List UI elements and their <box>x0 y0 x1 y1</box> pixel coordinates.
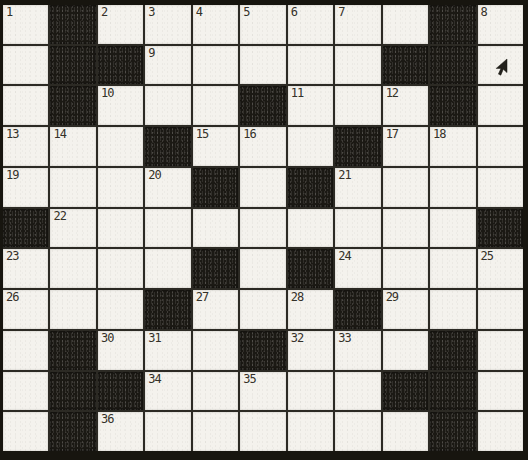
cell-r4c1[interactable]: 13 <box>3 127 48 166</box>
clue-number-21: 21 <box>338 169 350 182</box>
cell-r1c11[interactable]: 8 <box>478 5 523 44</box>
clue-number-36: 36 <box>101 413 113 426</box>
cell-r5c1[interactable]: 19 <box>3 168 48 207</box>
cell-r6c8[interactable] <box>335 209 380 248</box>
cell-r11c9[interactable] <box>383 412 428 451</box>
cell-r7c3[interactable] <box>98 249 143 288</box>
cell-r4c10[interactable]: 18 <box>430 127 475 166</box>
cell-r3c8[interactable] <box>335 86 380 125</box>
cell-r1c7[interactable]: 6 <box>288 5 333 44</box>
clue-number-20: 20 <box>148 169 160 182</box>
cell-r9c1[interactable] <box>3 331 48 370</box>
cell-r7c11[interactable]: 25 <box>478 249 523 288</box>
clue-number-8: 8 <box>481 6 487 19</box>
cell-r11c8[interactable] <box>335 412 380 451</box>
cell-r6c7[interactable] <box>288 209 333 248</box>
cell-r1c6[interactable]: 5 <box>240 5 285 44</box>
mouse-cursor-icon <box>492 58 508 77</box>
cell-r7c8[interactable]: 24 <box>335 249 380 288</box>
block-cell-r2c10 <box>430 46 475 85</box>
cell-r9c11[interactable] <box>478 331 523 370</box>
block-cell-r9c6 <box>240 331 285 370</box>
cell-r5c6[interactable] <box>240 168 285 207</box>
clue-number-3: 3 <box>148 6 154 19</box>
cell-r4c7[interactable] <box>288 127 333 166</box>
cell-r9c4[interactable]: 31 <box>145 331 190 370</box>
cell-r4c11[interactable] <box>478 127 523 166</box>
clue-number-15: 15 <box>196 128 208 141</box>
cell-r11c7[interactable] <box>288 412 333 451</box>
cell-r5c4[interactable]: 20 <box>145 168 190 207</box>
cell-r7c6[interactable] <box>240 249 285 288</box>
cell-r6c9[interactable] <box>383 209 428 248</box>
cell-r6c2[interactable]: 22 <box>50 209 95 248</box>
cell-r6c6[interactable] <box>240 209 285 248</box>
clue-number-18: 18 <box>433 128 445 141</box>
cell-r1c9[interactable] <box>383 5 428 44</box>
clue-number-24: 24 <box>338 250 350 263</box>
block-cell-r6c1 <box>3 209 48 248</box>
block-cell-r9c10 <box>430 331 475 370</box>
block-cell-r6c11 <box>478 209 523 248</box>
cell-r2c4[interactable]: 9 <box>145 46 190 85</box>
cell-r10c5[interactable] <box>193 372 238 411</box>
cell-r5c8[interactable]: 21 <box>335 168 380 207</box>
block-cell-r3c10 <box>430 86 475 125</box>
clue-number-26: 26 <box>6 291 18 304</box>
cell-r8c6[interactable] <box>240 290 285 329</box>
cell-r10c8[interactable] <box>335 372 380 411</box>
block-cell-r10c3 <box>98 372 143 411</box>
cell-r10c11[interactable] <box>478 372 523 411</box>
clue-number-5: 5 <box>243 6 249 19</box>
clue-number-23: 23 <box>6 250 18 263</box>
cell-r7c4[interactable] <box>145 249 190 288</box>
block-cell-r2c3 <box>98 46 143 85</box>
cell-r11c1[interactable] <box>3 412 48 451</box>
clue-number-11: 11 <box>291 87 303 100</box>
cell-r9c3[interactable]: 30 <box>98 331 143 370</box>
cell-r8c9[interactable]: 29 <box>383 290 428 329</box>
cell-r8c10[interactable] <box>430 290 475 329</box>
cell-r10c6[interactable]: 35 <box>240 372 285 411</box>
cell-r3c11[interactable] <box>478 86 523 125</box>
cell-r2c5[interactable] <box>193 46 238 85</box>
cell-r2c7[interactable] <box>288 46 333 85</box>
cell-r2c1[interactable] <box>3 46 48 85</box>
cell-r7c2[interactable] <box>50 249 95 288</box>
block-cell-r11c10 <box>430 412 475 451</box>
clue-number-25: 25 <box>481 250 493 263</box>
block-cell-r7c5 <box>193 249 238 288</box>
clue-number-30: 30 <box>101 332 113 345</box>
cell-r5c9[interactable] <box>383 168 428 207</box>
cell-r7c1[interactable]: 23 <box>3 249 48 288</box>
block-cell-r8c8 <box>335 290 380 329</box>
block-cell-r4c8 <box>335 127 380 166</box>
cell-r11c4[interactable] <box>145 412 190 451</box>
crossword-grid: 1234567891011121314151617181920212223242… <box>3 5 523 451</box>
clue-number-29: 29 <box>386 291 398 304</box>
block-cell-r8c4 <box>145 290 190 329</box>
cell-r4c2[interactable]: 14 <box>50 127 95 166</box>
cell-r8c1[interactable]: 26 <box>3 290 48 329</box>
block-cell-r5c7 <box>288 168 333 207</box>
block-cell-r7c7 <box>288 249 333 288</box>
clue-number-16: 16 <box>243 128 255 141</box>
cell-r3c5[interactable] <box>193 86 238 125</box>
cell-r3c7[interactable]: 11 <box>288 86 333 125</box>
clue-number-31: 31 <box>148 332 160 345</box>
crossword-board: 1234567891011121314151617181920212223242… <box>0 0 528 460</box>
cell-r10c1[interactable] <box>3 372 48 411</box>
cell-r3c3[interactable]: 10 <box>98 86 143 125</box>
clue-number-32: 32 <box>291 332 303 345</box>
cell-r7c9[interactable] <box>383 249 428 288</box>
cell-r1c3[interactable]: 2 <box>98 5 143 44</box>
cell-r8c11[interactable] <box>478 290 523 329</box>
clue-number-9: 9 <box>148 47 154 60</box>
cell-r11c11[interactable] <box>478 412 523 451</box>
cell-r4c6[interactable]: 16 <box>240 127 285 166</box>
clue-number-34: 34 <box>148 373 160 386</box>
clue-number-1: 1 <box>6 6 12 19</box>
cell-r3c4[interactable] <box>145 86 190 125</box>
cell-r10c4[interactable]: 34 <box>145 372 190 411</box>
block-cell-r2c9 <box>383 46 428 85</box>
cell-r6c10[interactable] <box>430 209 475 248</box>
clue-number-4: 4 <box>196 6 202 19</box>
block-cell-r9c2 <box>50 331 95 370</box>
clue-number-35: 35 <box>243 373 255 386</box>
cell-r1c8[interactable]: 7 <box>335 5 380 44</box>
cell-r11c5[interactable] <box>193 412 238 451</box>
block-cell-r1c2 <box>50 5 95 44</box>
cell-r9c8[interactable]: 33 <box>335 331 380 370</box>
cell-r8c2[interactable] <box>50 290 95 329</box>
cell-r6c4[interactable] <box>145 209 190 248</box>
clue-number-7: 7 <box>338 6 344 19</box>
block-cell-r11c2 <box>50 412 95 451</box>
cell-r5c11[interactable] <box>478 168 523 207</box>
cell-r8c7[interactable]: 28 <box>288 290 333 329</box>
clue-number-19: 19 <box>6 169 18 182</box>
cell-r5c2[interactable] <box>50 168 95 207</box>
cell-r11c3[interactable]: 36 <box>98 412 143 451</box>
cell-r2c8[interactable] <box>335 46 380 85</box>
cell-r4c5[interactable]: 15 <box>193 127 238 166</box>
cell-r5c3[interactable] <box>98 168 143 207</box>
block-cell-r3c2 <box>50 86 95 125</box>
block-cell-r10c10 <box>430 372 475 411</box>
block-cell-r5c5 <box>193 168 238 207</box>
clue-number-12: 12 <box>386 87 398 100</box>
cell-r7c10[interactable] <box>430 249 475 288</box>
clue-number-22: 22 <box>53 210 65 223</box>
cell-r4c3[interactable] <box>98 127 143 166</box>
cell-r4c9[interactable]: 17 <box>383 127 428 166</box>
clue-number-13: 13 <box>6 128 18 141</box>
clue-number-27: 27 <box>196 291 208 304</box>
block-cell-r2c2 <box>50 46 95 85</box>
cell-r1c5[interactable]: 4 <box>193 5 238 44</box>
cell-r1c1[interactable]: 1 <box>3 5 48 44</box>
cell-r9c5[interactable] <box>193 331 238 370</box>
clue-number-28: 28 <box>291 291 303 304</box>
clue-number-2: 2 <box>101 6 107 19</box>
cell-r3c9[interactable]: 12 <box>383 86 428 125</box>
cell-r8c5[interactable]: 27 <box>193 290 238 329</box>
clue-number-14: 14 <box>53 128 65 141</box>
cell-r2c6[interactable] <box>240 46 285 85</box>
clue-number-33: 33 <box>338 332 350 345</box>
cell-r1c4[interactable]: 3 <box>145 5 190 44</box>
clue-number-10: 10 <box>101 87 113 100</box>
cell-r3c1[interactable] <box>3 86 48 125</box>
clue-number-17: 17 <box>386 128 398 141</box>
cell-r11c6[interactable] <box>240 412 285 451</box>
cell-r8c3[interactable] <box>98 290 143 329</box>
block-cell-r10c2 <box>50 372 95 411</box>
block-cell-r4c4 <box>145 127 190 166</box>
cell-r10c7[interactable] <box>288 372 333 411</box>
block-cell-r1c10 <box>430 5 475 44</box>
cell-r9c9[interactable] <box>383 331 428 370</box>
cell-r6c3[interactable] <box>98 209 143 248</box>
cell-r6c5[interactable] <box>193 209 238 248</box>
cell-r5c10[interactable] <box>430 168 475 207</box>
block-cell-r3c6 <box>240 86 285 125</box>
clue-number-6: 6 <box>291 6 297 19</box>
cell-r9c7[interactable]: 32 <box>288 331 333 370</box>
block-cell-r10c9 <box>383 372 428 411</box>
